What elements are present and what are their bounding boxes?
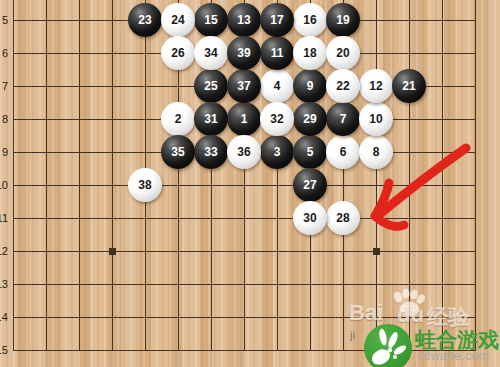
stone-28: 28 — [326, 201, 360, 235]
stone-26: 26 — [161, 36, 195, 70]
baidu-watermark-bai: Bai — [349, 300, 383, 326]
stone-38: 38 — [128, 168, 162, 202]
stone-30: 30 — [293, 201, 327, 235]
row-label: 15 — [0, 344, 8, 357]
stone-23: 23 — [128, 3, 162, 37]
row-label: 10 — [0, 179, 8, 192]
frog-logo — [364, 324, 412, 367]
arrow-barb-upper — [375, 183, 389, 216]
row-label: 13 — [0, 278, 8, 291]
stone-11: 11 — [260, 36, 294, 70]
stone-12: 12 — [359, 69, 393, 103]
star-point — [109, 248, 116, 255]
stone-10: 10 — [359, 102, 393, 136]
stone-18: 18 — [293, 36, 327, 70]
grid-horizontal-line — [13, 251, 476, 252]
stone-24: 24 — [161, 3, 195, 37]
stone-13: 13 — [227, 3, 261, 37]
gomoku-board-screenshot: 5678910111213141512345678910111213151617… — [0, 0, 500, 367]
stone-6: 6 — [326, 135, 360, 169]
stone-29: 29 — [293, 102, 327, 136]
stone-37: 37 — [227, 69, 261, 103]
frog-footprint-icon — [364, 324, 412, 367]
stone-31: 31 — [194, 102, 228, 136]
stone-35: 35 — [161, 135, 195, 169]
stone-32: 32 — [260, 102, 294, 136]
stone-8: 8 — [359, 135, 393, 169]
stone-7: 7 — [326, 102, 360, 136]
stone-20: 20 — [326, 36, 360, 70]
row-label: 7 — [0, 80, 8, 93]
row-label: 14 — [0, 311, 8, 324]
grid-horizontal-line — [13, 284, 476, 285]
stone-21: 21 — [392, 69, 426, 103]
stone-34: 34 — [194, 36, 228, 70]
stone-4: 4 — [260, 69, 294, 103]
row-label: 12 — [0, 245, 8, 258]
stone-1: 1 — [227, 102, 261, 136]
stone-15: 15 — [194, 3, 228, 37]
stone-2: 2 — [161, 102, 195, 136]
grid-horizontal-line — [13, 185, 476, 186]
stone-36: 36 — [227, 135, 261, 169]
baidu-watermark-partial-text: ji — [350, 329, 355, 341]
stone-22: 22 — [326, 69, 360, 103]
stone-25: 25 — [194, 69, 228, 103]
stone-19: 19 — [326, 3, 360, 37]
row-label: 11 — [0, 212, 8, 225]
stone-27: 27 — [293, 168, 327, 202]
stone-9: 9 — [293, 69, 327, 103]
stone-39: 39 — [227, 36, 261, 70]
row-label: 8 — [0, 113, 8, 126]
stone-33: 33 — [194, 135, 228, 169]
stone-16: 16 — [293, 3, 327, 37]
grid-horizontal-line — [13, 218, 476, 219]
arrow-shaft — [381, 148, 466, 213]
brand-domain: cdwahe.com — [417, 349, 489, 363]
star-point — [373, 248, 380, 255]
row-label: 9 — [0, 146, 8, 159]
row-label: 6 — [0, 47, 8, 60]
stone-3: 3 — [260, 135, 294, 169]
stone-17: 17 — [260, 3, 294, 37]
stone-5: 5 — [293, 135, 327, 169]
row-label: 5 — [0, 14, 8, 27]
